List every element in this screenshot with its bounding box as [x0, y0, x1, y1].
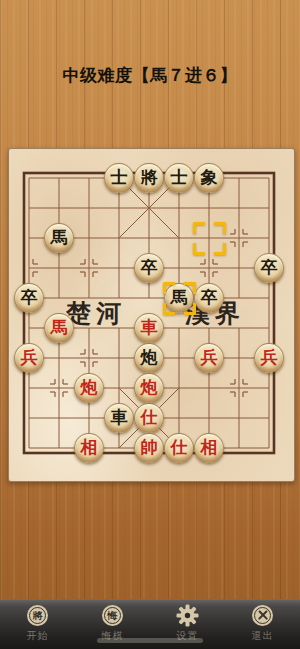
- piece-black-general[interactable]: 將: [134, 163, 164, 193]
- piece-black-elephant[interactable]: 象: [194, 163, 224, 193]
- piece-black-horse[interactable]: 馬: [164, 283, 194, 313]
- app-screen: 中级难度【馬７进６】 楚河 漢界 士將士象馬卒卒卒馬卒馬車兵炮兵兵炮炮車仕相帥仕…: [0, 0, 300, 649]
- piece-black-advisor[interactable]: 士: [164, 163, 194, 193]
- piece-red-elephant[interactable]: 相: [74, 433, 104, 463]
- piece-black-soldier[interactable]: 卒: [194, 283, 224, 313]
- piece-red-cannon[interactable]: 炮: [134, 373, 164, 403]
- piece-black-advisor[interactable]: 士: [104, 163, 134, 193]
- piece-red-soldier[interactable]: 兵: [14, 343, 44, 373]
- piece-black-horse[interactable]: 馬: [44, 223, 74, 253]
- undo-button[interactable]: 悔 悔棋: [75, 600, 150, 643]
- piece-black-soldier[interactable]: 卒: [134, 253, 164, 283]
- board-grid[interactable]: 士將士象馬卒卒卒馬卒馬車兵炮兵兵炮炮車仕相帥仕相: [14, 163, 284, 463]
- piece-red-advisor[interactable]: 仕: [164, 433, 194, 463]
- start-button[interactable]: 將 开始: [0, 600, 75, 643]
- start-button-label: 开始: [27, 629, 49, 643]
- piece-red-soldier[interactable]: 兵: [194, 343, 224, 373]
- bottom-toolbar: 將 开始 悔 悔棋: [0, 599, 300, 649]
- piece-red-advisor[interactable]: 仕: [134, 403, 164, 433]
- exit-button-label: 退出: [252, 629, 274, 643]
- undo-piece-icon: 悔: [102, 605, 123, 626]
- piece-red-chariot[interactable]: 車: [134, 313, 164, 343]
- piece-black-soldier[interactable]: 卒: [14, 283, 44, 313]
- piece-black-chariot[interactable]: 車: [104, 403, 134, 433]
- piece-red-elephant[interactable]: 相: [194, 433, 224, 463]
- board-panel: 楚河 漢界 士將士象馬卒卒卒馬卒馬車兵炮兵兵炮炮車仕相帥仕相: [8, 148, 295, 482]
- piece-red-horse[interactable]: 馬: [44, 313, 74, 343]
- piece-red-soldier[interactable]: 兵: [254, 343, 284, 373]
- circle-x-icon: [252, 605, 273, 626]
- piece-black-cannon[interactable]: 炮: [134, 343, 164, 373]
- exit-button[interactable]: 退出: [225, 600, 300, 643]
- piece-black-soldier[interactable]: 卒: [254, 253, 284, 283]
- home-indicator[interactable]: [97, 638, 203, 643]
- xiangqi-piece-icon: 將: [27, 605, 48, 626]
- settings-button[interactable]: 设置: [150, 600, 225, 643]
- gear-icon: [176, 604, 199, 627]
- piece-red-general[interactable]: 帥: [134, 433, 164, 463]
- piece-red-cannon[interactable]: 炮: [74, 373, 104, 403]
- page-title: 中级难度【馬７进６】: [0, 64, 300, 87]
